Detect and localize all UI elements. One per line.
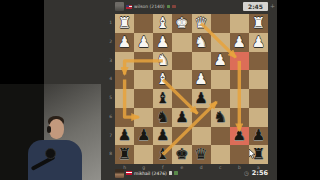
square-h1[interactable]: ♜ [115, 14, 134, 33]
rank-labels: 12345678 [103, 14, 112, 164]
square-a1[interactable]: ♜ [249, 14, 268, 33]
square-g8[interactable] [134, 145, 153, 164]
square-c4[interactable] [211, 70, 230, 89]
top-player-clock: 2:45 [243, 2, 268, 11]
white-pawn-g2[interactable]: ♟ [137, 35, 150, 50]
top-player-badge-icon [167, 5, 171, 9]
add-time-icon[interactable]: + [270, 2, 275, 10]
streamer-face [49, 119, 64, 139]
square-f6[interactable]: ♞ [153, 108, 172, 127]
square-f1[interactable]: ♝ [153, 14, 172, 33]
chess-board[interactable]: ♜♝♚♛♜♟♟♟♞♟♟♞♟♝♟♝♟♞♟♞♟♟♟♟♟♜♝♚♛♜ [115, 14, 268, 164]
square-g2[interactable]: ♟ [134, 33, 153, 52]
square-h4[interactable] [115, 70, 134, 89]
top-player-name: wilson (2140) [134, 4, 165, 9]
square-d7[interactable] [192, 127, 211, 146]
white-pawn-b2[interactable]: ♟ [233, 35, 246, 50]
black-pawn-g7[interactable]: ♟ [137, 128, 150, 143]
white-pawn-f2[interactable]: ♟ [156, 35, 169, 50]
square-c7[interactable] [211, 127, 230, 146]
black-pawn-f7[interactable]: ♟ [156, 128, 169, 143]
black-knight-f6[interactable]: ♞ [156, 110, 169, 125]
square-f7[interactable]: ♟ [153, 127, 172, 146]
black-bishop-f8[interactable]: ♝ [156, 147, 169, 162]
square-h2[interactable]: ♟ [115, 33, 134, 52]
white-rook-h1[interactable]: ♜ [118, 16, 131, 31]
square-h8[interactable]: ♜ [115, 145, 134, 164]
streamer-headphone [47, 126, 51, 133]
white-pawn-a2[interactable]: ♟ [252, 35, 265, 50]
square-f3[interactable]: ♞ [153, 52, 172, 71]
bottom-player-flag-icon [126, 171, 132, 175]
square-b5[interactable] [230, 89, 249, 108]
square-g1[interactable] [134, 14, 153, 33]
black-pawn-h7[interactable]: ♟ [118, 128, 131, 143]
black-queen-d8[interactable]: ♛ [194, 147, 207, 162]
square-g7[interactable]: ♟ [134, 127, 153, 146]
white-pawn-c3[interactable]: ♟ [213, 53, 226, 68]
square-a3[interactable] [249, 52, 268, 71]
white-queen-d1[interactable]: ♛ [194, 16, 207, 31]
white-king-e1[interactable]: ♚ [175, 16, 188, 31]
square-c3[interactable]: ♟ [211, 52, 230, 71]
square-e1[interactable]: ♚ [172, 14, 191, 33]
square-c5[interactable] [211, 89, 230, 108]
square-b6[interactable] [230, 108, 249, 127]
square-e3[interactable] [172, 52, 191, 71]
white-bishop-f1[interactable]: ♝ [156, 16, 169, 31]
square-d2[interactable]: ♞ [192, 33, 211, 52]
square-c1[interactable] [211, 14, 230, 33]
streamer-body [28, 140, 82, 180]
square-b1[interactable] [230, 14, 249, 33]
top-player-badge2-icon [172, 5, 176, 9]
file-labels: hgfedcba [115, 164, 268, 171]
square-f2[interactable]: ♟ [153, 33, 172, 52]
bottom-player-badge2-icon [174, 171, 178, 175]
square-b2[interactable]: ♟ [230, 33, 249, 52]
black-knight-c6[interactable]: ♞ [213, 110, 226, 125]
black-pawn-e6[interactable]: ♟ [175, 110, 188, 125]
square-d3[interactable] [192, 52, 211, 71]
top-player-bar: wilson (2140) 2:45 [115, 1, 268, 12]
square-d8[interactable]: ♛ [192, 145, 211, 164]
bottom-player-name: mikhail (2476) [134, 171, 167, 176]
white-rook-a1[interactable]: ♜ [252, 16, 265, 31]
white-knight-f3[interactable]: ♞ [156, 53, 169, 68]
bottom-player-badge-icon [169, 171, 173, 175]
white-pawn-d4[interactable]: ♟ [194, 72, 207, 87]
square-a4[interactable] [249, 70, 268, 89]
square-e6[interactable]: ♟ [172, 108, 191, 127]
top-player-avatar [115, 2, 124, 11]
square-a7[interactable]: ♟ [249, 127, 268, 146]
square-d5[interactable]: ♟ [192, 89, 211, 108]
square-g4[interactable] [134, 70, 153, 89]
black-king-e8[interactable]: ♚ [175, 147, 188, 162]
square-d1[interactable]: ♛ [192, 14, 211, 33]
square-a2[interactable]: ♟ [249, 33, 268, 52]
square-d4[interactable]: ♟ [192, 70, 211, 89]
top-player-flag-icon [126, 5, 132, 9]
square-b3[interactable] [230, 52, 249, 71]
square-g3[interactable] [134, 52, 153, 71]
black-bishop-f5[interactable]: ♝ [156, 91, 169, 106]
square-e7[interactable] [172, 127, 191, 146]
black-rook-h8[interactable]: ♜ [118, 147, 131, 162]
square-h7[interactable]: ♟ [115, 127, 134, 146]
square-c2[interactable] [211, 33, 230, 52]
square-h3[interactable] [115, 52, 134, 71]
square-a5[interactable] [249, 89, 268, 108]
stream-frame: wilson (2140) 2:45 + 12345678 ♜♝♚♛♜♟♟♟♞♟… [0, 0, 320, 180]
square-d6[interactable] [192, 108, 211, 127]
streamer-webcam [0, 84, 101, 180]
square-e4[interactable] [172, 70, 191, 89]
square-f5[interactable]: ♝ [153, 89, 172, 108]
white-bishop-f4[interactable]: ♝ [156, 72, 169, 87]
square-e2[interactable] [172, 33, 191, 52]
highlight-b3 [230, 52, 249, 71]
square-c8[interactable] [211, 145, 230, 164]
square-a6[interactable] [249, 108, 268, 127]
black-pawn-a7[interactable]: ♟ [252, 128, 265, 143]
square-b8[interactable] [230, 145, 249, 164]
black-pawn-d5[interactable]: ♟ [194, 91, 207, 106]
microphone-icon [45, 148, 56, 159]
square-f4[interactable]: ♝ [153, 70, 172, 89]
square-e5[interactable] [172, 89, 191, 108]
square-g6[interactable] [134, 108, 153, 127]
square-h6[interactable] [115, 108, 134, 127]
square-b7[interactable]: ♟ [230, 127, 249, 146]
square-b4[interactable] [230, 70, 249, 89]
square-h5[interactable] [115, 89, 134, 108]
black-pawn-b7[interactable]: ♟ [233, 128, 246, 143]
square-e8[interactable]: ♚ [172, 145, 191, 164]
mouse-cursor [249, 144, 256, 163]
white-pawn-h2[interactable]: ♟ [118, 35, 131, 50]
square-f8[interactable]: ♝ [153, 145, 172, 164]
square-c6[interactable]: ♞ [211, 108, 230, 127]
white-knight-d2[interactable]: ♞ [194, 35, 207, 50]
square-g5[interactable] [134, 89, 153, 108]
